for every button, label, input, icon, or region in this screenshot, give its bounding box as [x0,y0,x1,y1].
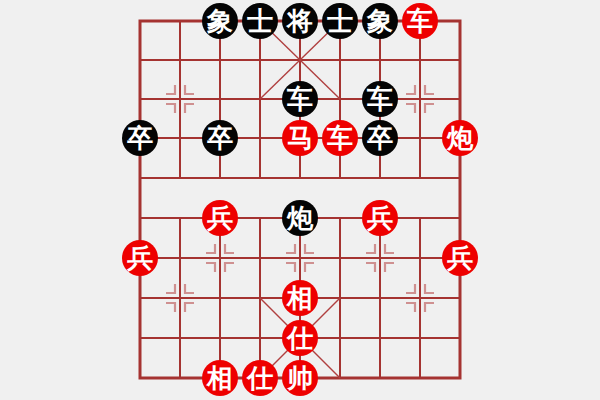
piece-black-soldier[interactable]: 卒 [122,120,158,156]
piece-black-cannon[interactable]: 炮 [282,200,318,236]
piece-black-elephant[interactable]: 象 [362,3,398,39]
pieces-layer: 象士将士象车车车卒卒马车卒炮兵炮兵兵兵相仕相仕帅 [0,0,600,400]
xiangqi-board[interactable]: 象士将士象车车车卒卒马车卒炮兵炮兵兵兵相仕相仕帅 [0,0,600,400]
piece-red-advisor[interactable]: 仕 [282,320,318,356]
piece-red-cannon[interactable]: 炮 [442,120,478,156]
piece-black-chariot[interactable]: 车 [362,81,398,117]
piece-red-soldier[interactable]: 兵 [362,200,398,236]
piece-black-advisor[interactable]: 士 [242,3,278,39]
piece-red-elephant[interactable]: 相 [202,360,238,396]
piece-red-advisor[interactable]: 仕 [242,360,278,396]
piece-black-chariot[interactable]: 车 [282,81,318,117]
piece-black-soldier[interactable]: 卒 [362,120,398,156]
piece-red-chariot[interactable]: 车 [402,3,438,39]
piece-black-elephant[interactable]: 象 [202,3,238,39]
piece-red-general[interactable]: 帅 [282,360,318,396]
piece-black-general[interactable]: 将 [282,3,318,39]
piece-red-horse[interactable]: 马 [282,120,318,156]
piece-black-advisor[interactable]: 士 [322,3,358,39]
piece-black-soldier[interactable]: 卒 [202,120,238,156]
piece-red-soldier[interactable]: 兵 [442,240,478,276]
piece-red-soldier[interactable]: 兵 [202,200,238,236]
piece-red-soldier[interactable]: 兵 [122,240,158,276]
piece-red-elephant[interactable]: 相 [282,280,318,316]
piece-red-chariot[interactable]: 车 [322,120,358,156]
